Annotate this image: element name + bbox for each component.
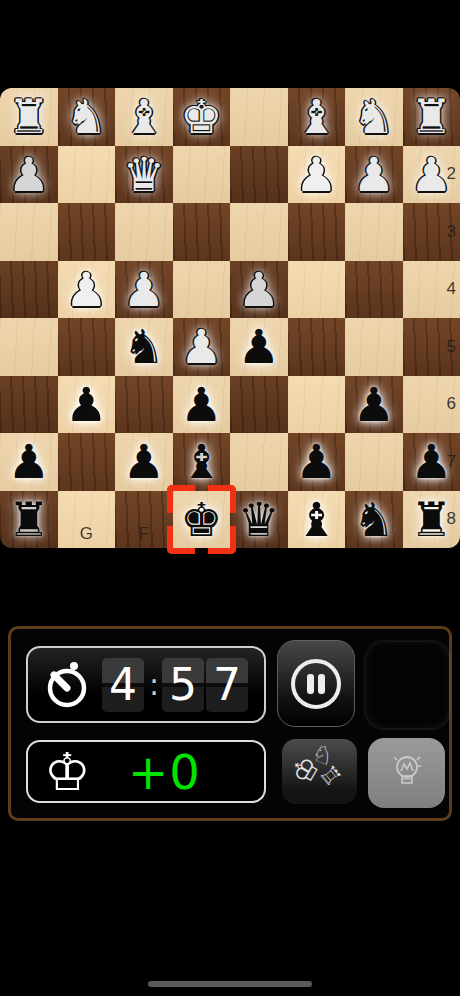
- black-bishop-c8[interactable]: ♝: [288, 491, 346, 549]
- white-king-e1[interactable]: ♚: [173, 88, 231, 146]
- rank-label-5: 5: [447, 337, 456, 357]
- rank-label-8: 8: [447, 509, 456, 529]
- square-c7[interactable]: ♟: [288, 433, 346, 491]
- black-rook-h8[interactable]: ♜: [0, 491, 58, 549]
- square-a7[interactable]: ♟7: [403, 433, 460, 491]
- square-d7[interactable]: [230, 433, 288, 491]
- square-g4[interactable]: ♟: [58, 261, 116, 319]
- square-f3[interactable]: [115, 203, 173, 261]
- timer-colon: :: [148, 667, 160, 702]
- board-theme-button[interactable]: [366, 642, 449, 728]
- evaluation-value: +0: [91, 744, 238, 800]
- square-e1[interactable]: ♚: [173, 88, 231, 146]
- square-d5[interactable]: ♟: [230, 318, 288, 376]
- black-king-e8[interactable]: ♚: [173, 491, 231, 549]
- square-f8[interactable]: F: [115, 491, 173, 549]
- square-d1[interactable]: [230, 88, 288, 146]
- square-e3[interactable]: [173, 203, 231, 261]
- phone-screen: ♜♞♝♚♝♞♜♟♛♟♟♟23♟♟♟4♞♟♟5♟♟♟6♟♟♝♟♟7♜GF♚♛♝♞♜…: [0, 0, 460, 996]
- pause-button[interactable]: [277, 640, 355, 727]
- white-rook-h1[interactable]: ♜: [0, 88, 58, 146]
- rank-label-6: 6: [447, 394, 456, 414]
- white-pawn-c2[interactable]: ♟: [288, 146, 346, 204]
- square-f1[interactable]: ♝: [115, 88, 173, 146]
- hint-button[interactable]: [368, 738, 445, 808]
- square-e5[interactable]: ♟: [173, 318, 231, 376]
- square-f6[interactable]: [115, 376, 173, 434]
- square-c6[interactable]: [288, 376, 346, 434]
- white-knight-g1[interactable]: ♞: [58, 88, 116, 146]
- black-knight-f5[interactable]: ♞: [115, 318, 173, 376]
- rank-label-7: 7: [447, 452, 456, 472]
- square-d6[interactable]: [230, 376, 288, 434]
- square-b2[interactable]: ♟: [345, 146, 403, 204]
- black-pawn-f7[interactable]: ♟: [115, 433, 173, 491]
- board: ♜♞♝♚♝♞♜♟♛♟♟♟23♟♟♟4♞♟♟5♟♟♟6♟♟♝♟♟7♜GF♚♛♝♞♜…: [0, 88, 460, 548]
- evaluation-display: ♔ +0: [26, 740, 266, 803]
- black-pawn-d5[interactable]: ♟: [230, 318, 288, 376]
- square-h5[interactable]: [0, 318, 58, 376]
- rank-label-4: 4: [447, 279, 456, 299]
- pieces-button[interactable]: ♘ ♔ ♖: [282, 739, 357, 804]
- square-c4[interactable]: [288, 261, 346, 319]
- black-pawn-e6[interactable]: ♟: [173, 376, 231, 434]
- pause-icon: [288, 656, 344, 712]
- timer-digits: 4 : 5 7: [102, 658, 250, 712]
- square-c3[interactable]: [288, 203, 346, 261]
- square-d4[interactable]: ♟: [230, 261, 288, 319]
- square-a3[interactable]: 3: [403, 203, 460, 261]
- white-pawn-b2[interactable]: ♟: [345, 146, 403, 204]
- black-queen-d8[interactable]: ♛: [230, 491, 288, 549]
- square-a1[interactable]: ♜: [403, 88, 460, 146]
- square-a5[interactable]: 5: [403, 318, 460, 376]
- square-e7[interactable]: ♝: [173, 433, 231, 491]
- stopwatch-icon: [41, 659, 93, 711]
- square-g6[interactable]: ♟: [58, 376, 116, 434]
- square-h7[interactable]: ♟: [0, 433, 58, 491]
- square-f5[interactable]: ♞: [115, 318, 173, 376]
- square-d2[interactable]: [230, 146, 288, 204]
- home-indicator[interactable]: [148, 981, 312, 987]
- file-label-G: G: [80, 524, 93, 544]
- board-container: ♜♞♝♚♝♞♜♟♛♟♟♟23♟♟♟4♞♟♟5♟♟♟6♟♟♝♟♟7♜GF♚♛♝♞♜…: [0, 88, 460, 548]
- square-g3[interactable]: [58, 203, 116, 261]
- square-e8[interactable]: ♚: [173, 491, 231, 549]
- square-b4[interactable]: [345, 261, 403, 319]
- square-e6[interactable]: ♟: [173, 376, 231, 434]
- square-b7[interactable]: [345, 433, 403, 491]
- square-c8[interactable]: ♝: [288, 491, 346, 549]
- rank-label-3: 3: [447, 222, 456, 242]
- square-f4[interactable]: ♟: [115, 261, 173, 319]
- square-g5[interactable]: [58, 318, 116, 376]
- white-pawn-f4[interactable]: ♟: [115, 261, 173, 319]
- control-panel: 4 : 5 7 ♔ +0 ♘ ♔ ♖: [8, 626, 452, 821]
- white-queen-f2[interactable]: ♛: [115, 146, 173, 204]
- square-a6[interactable]: 6: [403, 376, 460, 434]
- square-g2[interactable]: [58, 146, 116, 204]
- square-d8[interactable]: ♛: [230, 491, 288, 549]
- square-b1[interactable]: ♞: [345, 88, 403, 146]
- white-king-icon: ♔: [44, 746, 91, 798]
- square-b5[interactable]: [345, 318, 403, 376]
- square-h6[interactable]: [0, 376, 58, 434]
- square-h1[interactable]: ♜: [0, 88, 58, 146]
- white-bishop-f1[interactable]: ♝: [115, 88, 173, 146]
- square-f7[interactable]: ♟: [115, 433, 173, 491]
- square-c2[interactable]: ♟: [288, 146, 346, 204]
- square-f2[interactable]: ♛: [115, 146, 173, 204]
- black-pawn-b6[interactable]: ♟: [345, 376, 403, 434]
- square-g1[interactable]: ♞: [58, 88, 116, 146]
- square-g7[interactable]: [58, 433, 116, 491]
- black-pawn-g6[interactable]: ♟: [58, 376, 116, 434]
- white-pawn-g4[interactable]: ♟: [58, 261, 116, 319]
- square-h2[interactable]: ♟: [0, 146, 58, 204]
- square-h3[interactable]: [0, 203, 58, 261]
- black-pawn-c7[interactable]: ♟: [288, 433, 346, 491]
- white-rook-a1[interactable]: ♜: [403, 88, 460, 146]
- black-bishop-e7[interactable]: ♝: [173, 433, 231, 491]
- white-knight-b1[interactable]: ♞: [345, 88, 403, 146]
- lightbulb-icon: [390, 753, 424, 793]
- file-label-F: F: [139, 524, 149, 544]
- black-pawn-h7[interactable]: ♟: [0, 433, 58, 491]
- square-h8[interactable]: ♜: [0, 491, 58, 549]
- square-e4[interactable]: [173, 261, 231, 319]
- square-a8[interactable]: ♜8: [403, 491, 460, 549]
- white-bishop-c1[interactable]: ♝: [288, 88, 346, 146]
- square-h4[interactable]: [0, 261, 58, 319]
- white-pawn-d4[interactable]: ♟: [230, 261, 288, 319]
- square-a4[interactable]: 4: [403, 261, 460, 319]
- square-b3[interactable]: [345, 203, 403, 261]
- square-g8[interactable]: G: [58, 491, 116, 549]
- timer-display: 4 : 5 7: [26, 646, 266, 723]
- square-b6[interactable]: ♟: [345, 376, 403, 434]
- white-pawn-h2[interactable]: ♟: [0, 146, 58, 204]
- square-d3[interactable]: [230, 203, 288, 261]
- timer-minute-tile: 4: [102, 658, 144, 712]
- square-b8[interactable]: ♞: [345, 491, 403, 549]
- square-a2[interactable]: ♟2: [403, 146, 460, 204]
- rank-label-2: 2: [447, 164, 456, 184]
- square-c5[interactable]: [288, 318, 346, 376]
- square-e2[interactable]: [173, 146, 231, 204]
- black-knight-b8[interactable]: ♞: [345, 491, 403, 549]
- timer-seconds-ones-tile: 7: [206, 658, 248, 712]
- square-c1[interactable]: ♝: [288, 88, 346, 146]
- white-pawn-e5[interactable]: ♟: [173, 318, 231, 376]
- timer-seconds-tens-tile: 5: [162, 658, 204, 712]
